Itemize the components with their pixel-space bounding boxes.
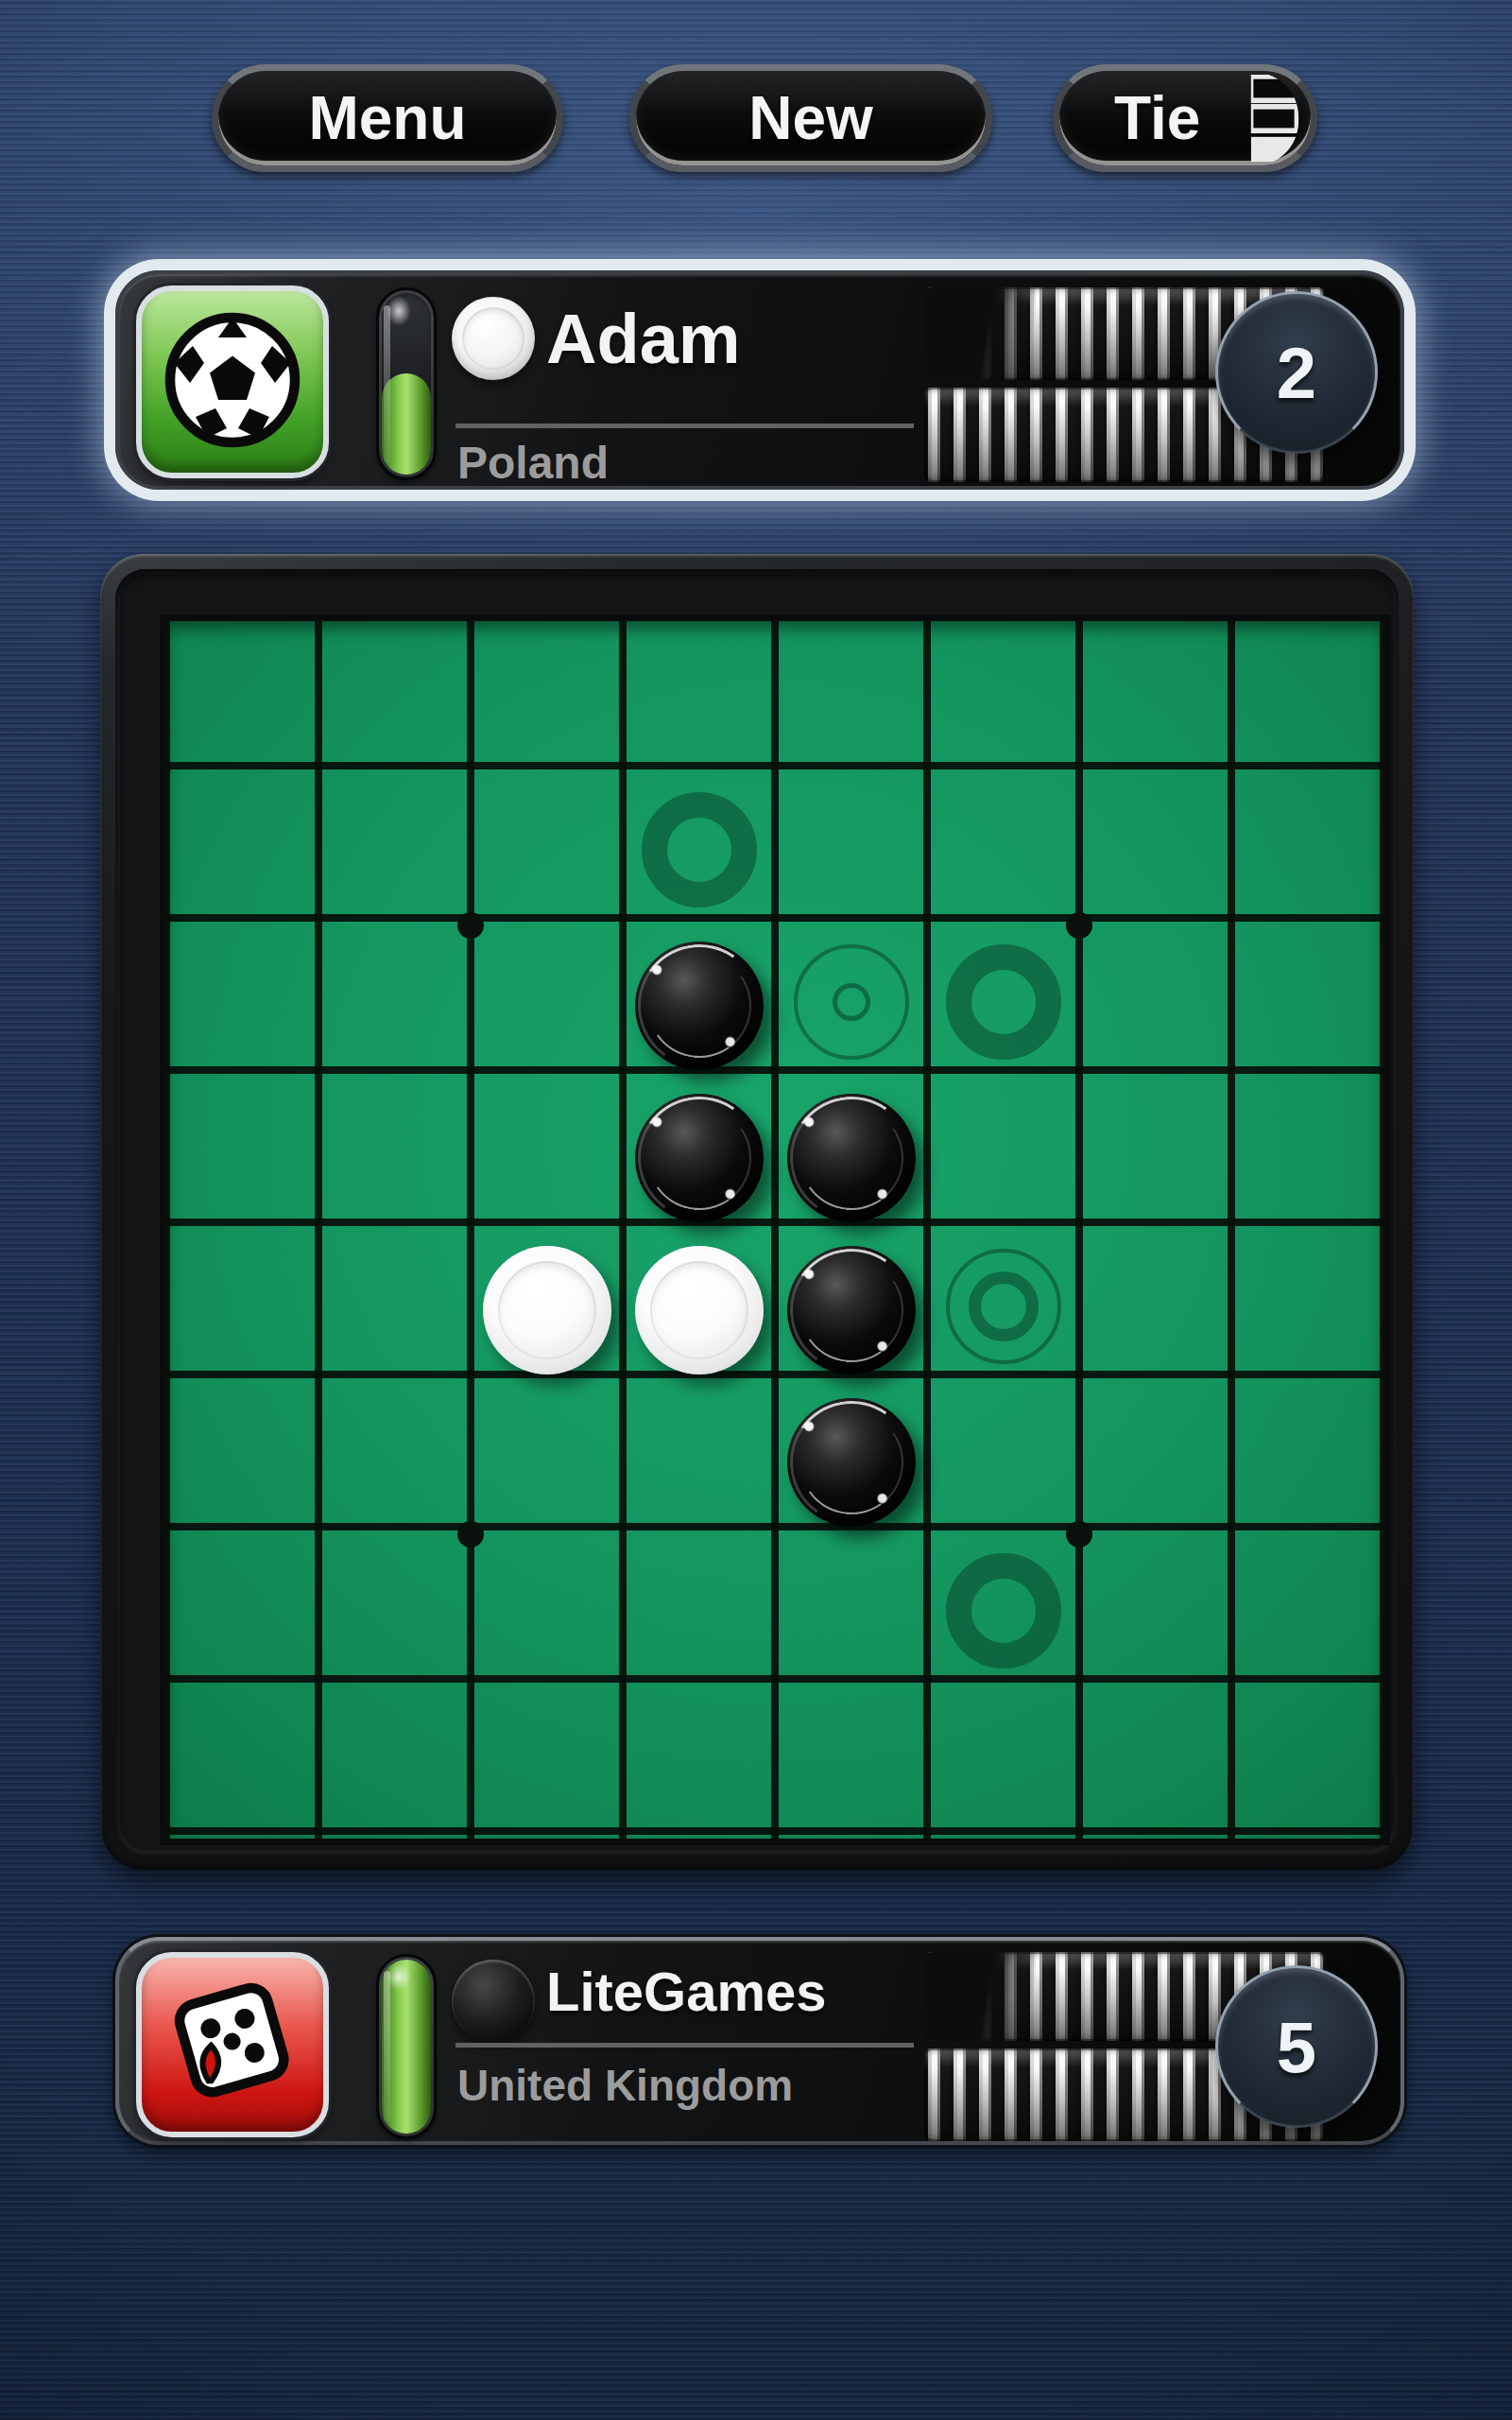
score-badge: 5 xyxy=(1215,1965,1378,2128)
new-button-label: New xyxy=(748,83,873,153)
star-point xyxy=(1066,1521,1092,1547)
disc-black xyxy=(787,1398,916,1527)
score-value: 2 xyxy=(1277,332,1316,414)
player-card-bottom: LiteGames United Kingdom 5 xyxy=(115,1937,1404,2145)
flipping-disc-icon xyxy=(1245,75,1303,178)
avatar xyxy=(136,285,329,478)
player-card-top: Adam Poland 2 xyxy=(115,270,1404,490)
player-disc-white-icon xyxy=(452,297,535,380)
soccer-ball-icon xyxy=(162,309,303,455)
move-hint-d2[interactable] xyxy=(642,792,757,907)
player-name: LiteGames xyxy=(546,1960,827,2023)
star-point xyxy=(457,1521,484,1547)
move-hint-e3[interactable] xyxy=(794,944,909,1060)
board-inner-frame xyxy=(115,569,1399,1855)
move-hint-f7[interactable] xyxy=(946,1553,1061,1668)
player-disc-black-icon xyxy=(452,1960,535,2043)
player-name: Adam xyxy=(546,299,741,379)
board-frame xyxy=(100,554,1414,1870)
disc-black xyxy=(635,1094,764,1222)
avatar xyxy=(136,1952,329,2137)
divider xyxy=(455,2043,914,2048)
player-country: Poland xyxy=(457,437,609,489)
divider xyxy=(455,423,914,428)
move-hint-f3[interactable] xyxy=(946,944,1061,1060)
new-button[interactable]: New xyxy=(629,64,992,172)
score-value: 5 xyxy=(1277,2006,1316,2088)
move-hint-f5[interactable] xyxy=(946,1249,1061,1364)
dice-icon xyxy=(162,1972,303,2117)
disc-black xyxy=(787,1246,916,1374)
timer-bar xyxy=(376,1954,437,2139)
player-country: United Kingdom xyxy=(457,2060,793,2111)
menu-button-label: Menu xyxy=(308,83,466,153)
board[interactable] xyxy=(166,621,1383,1839)
disc-black xyxy=(787,1094,916,1222)
game-screen: Menu New Tie xyxy=(0,0,1512,2420)
tie-button[interactable]: Tie xyxy=(1053,64,1317,172)
menu-button[interactable]: Menu xyxy=(212,64,563,172)
tie-button-label: Tie xyxy=(1114,83,1200,153)
disc-white xyxy=(483,1246,611,1374)
star-point xyxy=(1066,912,1092,939)
disc-black xyxy=(635,942,764,1070)
timer-bar xyxy=(376,287,437,480)
star-point xyxy=(457,912,484,939)
disc-white xyxy=(635,1246,764,1374)
score-badge: 2 xyxy=(1215,291,1378,454)
